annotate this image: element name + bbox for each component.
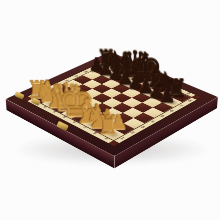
product-photo-scene: abcdefgh abcdefgh 87654321 87654321 ♜♞♝♛…	[0, 0, 220, 220]
